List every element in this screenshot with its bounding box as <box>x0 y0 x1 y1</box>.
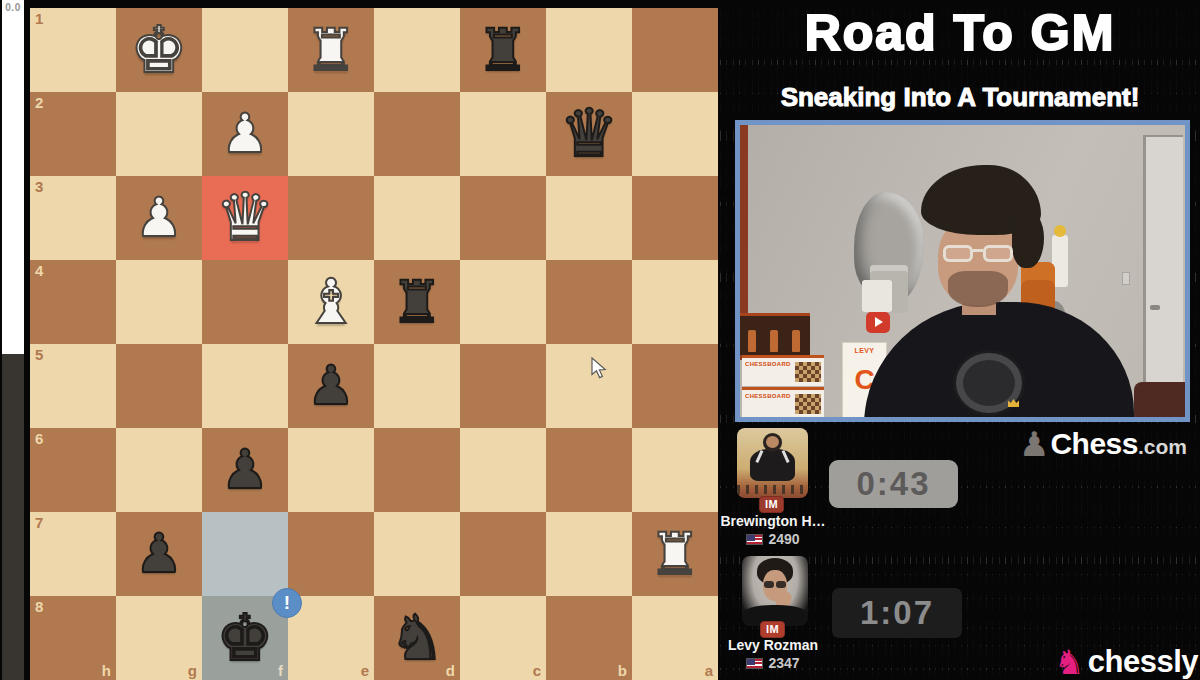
rank-label-3: 3 <box>35 178 43 195</box>
chair-back <box>1134 382 1190 422</box>
title-badge-streamer: IM <box>760 621 785 638</box>
square-g3[interactable]: ♟ <box>116 176 202 260</box>
black-pawn-g7[interactable]: ♟ <box>116 512 202 596</box>
file-label-c: c <box>533 662 541 679</box>
square-b2[interactable]: ♛ <box>546 92 632 176</box>
square-b4[interactable] <box>546 260 632 344</box>
us-flag-icon <box>746 658 763 669</box>
square-a3[interactable] <box>632 176 718 260</box>
square-f5[interactable] <box>202 344 288 428</box>
square-d7[interactable] <box>374 512 460 596</box>
rank-label-2: 2 <box>35 94 43 111</box>
move-quality-badge: ! <box>272 588 302 618</box>
player-rating-opponent: 2490 <box>720 531 826 547</box>
knight-icon: ♞ <box>1054 645 1084 679</box>
rank-label-7: 7 <box>35 514 43 531</box>
clock-opponent: 0:43 <box>829 460 958 508</box>
chessboard-box: CHESSBOARD <box>742 387 824 418</box>
square-g6[interactable] <box>116 428 202 512</box>
square-g8[interactable]: g <box>116 596 202 680</box>
square-c1[interactable]: ♜ <box>460 8 546 92</box>
square-d5[interactable] <box>374 344 460 428</box>
square-g2[interactable] <box>116 92 202 176</box>
door-handle-icon <box>1150 305 1160 310</box>
white-pawn-g3[interactable]: ♟ <box>116 176 202 260</box>
square-h6[interactable]: 6 <box>30 428 116 512</box>
file-label-a: a <box>705 662 713 679</box>
white-pawn-f2[interactable]: ♟ <box>202 92 288 176</box>
square-d4[interactable]: ♜ <box>374 260 460 344</box>
square-a6[interactable] <box>632 428 718 512</box>
white-rook-e1[interactable]: ♜ <box>288 8 374 92</box>
file-label-h: h <box>102 662 111 679</box>
white-queen-f3[interactable]: ♛ <box>202 176 288 260</box>
stream-title: Road To GM <box>720 4 1200 62</box>
square-a4[interactable] <box>632 260 718 344</box>
square-e1[interactable]: ♜ <box>288 8 374 92</box>
square-h2[interactable]: 2 <box>30 92 116 176</box>
white-king-g1[interactable]: ♚ <box>116 8 202 92</box>
square-h7[interactable]: 7 <box>30 512 116 596</box>
square-b7[interactable] <box>546 512 632 596</box>
square-f1[interactable] <box>202 8 288 92</box>
black-pawn-e5[interactable]: ♟ <box>288 344 374 428</box>
rank-label-6: 6 <box>35 430 43 447</box>
square-e3[interactable] <box>288 176 374 260</box>
eval-bar: 0.0 <box>2 0 24 680</box>
square-f2[interactable]: ♟ <box>202 92 288 176</box>
stream-frame: 0.0 1♚♜♜2♟♛3♟♛4♝♜5♟6♟7♟♜8hgf♚ed♞cba ! Ro… <box>0 0 1200 680</box>
square-f3[interactable]: ♛ <box>202 176 288 260</box>
square-b5[interactable] <box>546 344 632 428</box>
square-a8[interactable]: a <box>632 596 718 680</box>
square-c4[interactable] <box>460 260 546 344</box>
avatar-streamer <box>742 556 808 626</box>
square-f4[interactable] <box>202 260 288 344</box>
streamer-hair <box>1012 210 1044 268</box>
square-c8[interactable]: c <box>460 596 546 680</box>
square-d1[interactable] <box>374 8 460 92</box>
mouse-cursor <box>591 357 608 384</box>
square-b6[interactable] <box>546 428 632 512</box>
file-label-b: b <box>618 662 627 679</box>
rank-label-8: 8 <box>35 598 43 615</box>
square-f6[interactable]: ♟ <box>202 428 288 512</box>
us-flag-icon <box>746 534 763 545</box>
streamer-glasses <box>943 245 1013 263</box>
square-g7[interactable]: ♟ <box>116 512 202 596</box>
square-h5[interactable]: 5 <box>30 344 116 428</box>
square-c3[interactable] <box>460 176 546 260</box>
square-e6[interactable] <box>288 428 374 512</box>
square-a7[interactable]: ♜ <box>632 512 718 596</box>
pawn-icon: ♟ <box>1019 427 1049 461</box>
square-c5[interactable] <box>460 344 546 428</box>
square-g5[interactable] <box>116 344 202 428</box>
square-h1[interactable]: 1 <box>30 8 116 92</box>
square-d3[interactable] <box>374 176 460 260</box>
square-e5[interactable]: ♟ <box>288 344 374 428</box>
chess-board[interactable]: 1♚♜♜2♟♛3♟♛4♝♜5♟6♟7♟♜8hgf♚ed♞cba <box>30 8 718 680</box>
award-stand <box>862 280 892 312</box>
square-a2[interactable] <box>632 92 718 176</box>
rank-label-5: 5 <box>35 346 43 363</box>
trophy-display-stand <box>740 313 810 355</box>
black-knight-d8[interactable]: ♞ <box>374 596 460 680</box>
chessly-logo: ♞ chessly <box>1054 644 1198 680</box>
square-a1[interactable] <box>632 8 718 92</box>
square-c2[interactable] <box>460 92 546 176</box>
rank-label-1: 1 <box>35 10 43 27</box>
stream-panel: Road To GM Sneaking Into A Tournament! C… <box>720 0 1200 680</box>
black-pawn-f6[interactable]: ♟ <box>202 428 288 512</box>
youtube-play-button-icon <box>866 312 890 333</box>
black-rook-c1[interactable]: ♜ <box>460 8 546 92</box>
square-h4[interactable]: 4 <box>30 260 116 344</box>
clock-streamer: 1:07 <box>832 588 962 638</box>
file-label-g: g <box>188 662 197 679</box>
black-rook-d4[interactable]: ♜ <box>374 260 460 344</box>
file-label-e: e <box>361 662 369 679</box>
avatar-opponent <box>737 428 808 498</box>
player-name-streamer: Levy Rozman <box>720 637 826 653</box>
square-c7[interactable] <box>460 512 546 596</box>
square-h3[interactable]: 3 <box>30 176 116 260</box>
player-name-opponent: Brewington H… <box>720 513 826 529</box>
square-b1[interactable] <box>546 8 632 92</box>
square-c6[interactable] <box>460 428 546 512</box>
wall-outlet <box>1122 272 1130 285</box>
square-e4[interactable]: ♝ <box>288 260 374 344</box>
square-a5[interactable] <box>632 344 718 428</box>
webcam-door <box>1143 135 1183 417</box>
square-g4[interactable] <box>116 260 202 344</box>
square-d2[interactable] <box>374 92 460 176</box>
black-queen-b2[interactable]: ♛ <box>546 92 632 176</box>
title-badge-opponent: IM <box>759 496 784 513</box>
white-rook-a7[interactable]: ♜ <box>632 512 718 596</box>
stream-subtitle: Sneaking Into A Tournament! <box>720 82 1200 113</box>
webcam: CHESSBOARD CHESSBOARD LEVY C <box>735 120 1190 422</box>
rank-label-4: 4 <box>35 262 43 279</box>
chesscom-logo: ♟ Chess .com <box>1019 424 1187 464</box>
square-d8[interactable]: d♞ <box>374 596 460 680</box>
square-h8[interactable]: 8h <box>30 596 116 680</box>
square-g1[interactable]: ♚ <box>116 8 202 92</box>
eval-bar-white-section: 0.0 <box>2 0 24 354</box>
square-b8[interactable]: b <box>546 596 632 680</box>
square-d6[interactable] <box>374 428 460 512</box>
player-rating-streamer: 2347 <box>720 655 826 671</box>
square-f7[interactable] <box>202 512 288 596</box>
white-bishop-e4[interactable]: ♝ <box>288 260 374 344</box>
streamer-beard <box>948 271 1008 307</box>
eval-score: 0.0 <box>2 2 24 13</box>
square-b3[interactable] <box>546 176 632 260</box>
square-e7[interactable] <box>288 512 374 596</box>
chessboard-box: CHESSBOARD <box>742 355 824 386</box>
square-e2[interactable] <box>288 92 374 176</box>
